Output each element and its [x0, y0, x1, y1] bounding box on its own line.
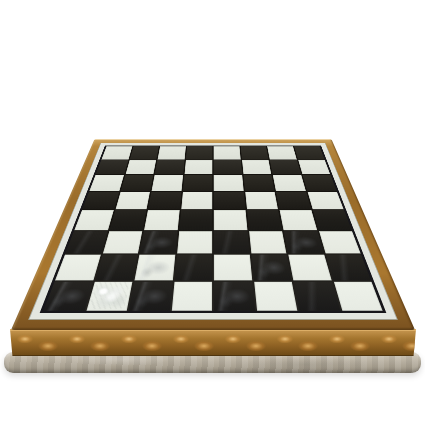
board-frame [11, 139, 415, 330]
square-h6[interactable] [302, 175, 336, 191]
square-h4[interactable] [313, 210, 352, 230]
square-d1[interactable] [171, 281, 212, 310]
square-g7[interactable] [270, 160, 301, 174]
square-a7[interactable] [96, 160, 128, 174]
square-h8[interactable] [294, 146, 325, 159]
square-d6[interactable] [183, 175, 213, 191]
square-b5[interactable] [115, 192, 150, 210]
square-e5[interactable] [214, 192, 245, 210]
square-b4[interactable] [109, 210, 146, 230]
square-f2[interactable] [251, 255, 291, 281]
square-c6[interactable] [152, 175, 183, 191]
square-f6[interactable] [243, 175, 274, 191]
square-f4[interactable] [247, 210, 282, 230]
square-b3[interactable] [102, 231, 142, 253]
square-a8[interactable] [101, 146, 132, 159]
square-e6[interactable] [214, 175, 244, 191]
glass-margin [28, 143, 398, 320]
square-g2[interactable] [288, 255, 331, 281]
square-g3[interactable] [284, 231, 324, 253]
square-b6[interactable] [120, 175, 153, 191]
square-c7[interactable] [155, 160, 185, 174]
square-c1[interactable] [129, 281, 173, 310]
square-a1[interactable] [43, 281, 92, 310]
square-a4[interactable] [74, 210, 113, 230]
square-f8[interactable] [240, 146, 268, 159]
square-h5[interactable] [307, 192, 344, 210]
square-g4[interactable] [280, 210, 317, 230]
square-e2[interactable] [214, 255, 252, 281]
square-f1[interactable] [254, 281, 298, 310]
square-g8[interactable] [267, 146, 296, 159]
square-d2[interactable] [174, 255, 212, 281]
square-g5[interactable] [276, 192, 311, 210]
square-f7[interactable] [242, 160, 272, 174]
square-b8[interactable] [130, 146, 159, 159]
square-a2[interactable] [55, 255, 100, 281]
carved-frame-front [10, 329, 416, 356]
square-e1[interactable] [214, 281, 255, 310]
square-h7[interactable] [298, 160, 330, 174]
board-inner-border [40, 146, 387, 313]
photo-stage [0, 0, 425, 425]
square-f5[interactable] [245, 192, 278, 210]
square-g1[interactable] [294, 281, 340, 310]
square-b2[interactable] [95, 255, 138, 281]
chessboard [11, 139, 415, 330]
square-h2[interactable] [326, 255, 371, 281]
square-c5[interactable] [148, 192, 181, 210]
square-d3[interactable] [177, 231, 212, 253]
square-b1[interactable] [86, 281, 132, 310]
board-grid [43, 146, 382, 310]
square-g6[interactable] [273, 175, 306, 191]
square-e7[interactable] [214, 160, 242, 174]
square-e4[interactable] [214, 210, 247, 230]
square-d8[interactable] [186, 146, 213, 159]
square-h3[interactable] [319, 231, 361, 253]
square-c4[interactable] [144, 210, 179, 230]
square-d7[interactable] [184, 160, 212, 174]
square-a3[interactable] [65, 231, 107, 253]
square-e8[interactable] [214, 146, 241, 159]
square-d4[interactable] [179, 210, 212, 230]
square-c3[interactable] [140, 231, 178, 253]
square-c8[interactable] [158, 146, 186, 159]
square-a5[interactable] [82, 192, 119, 210]
square-b7[interactable] [125, 160, 156, 174]
square-e3[interactable] [214, 231, 249, 253]
square-f3[interactable] [249, 231, 287, 253]
square-d5[interactable] [181, 192, 212, 210]
square-a6[interactable] [89, 175, 123, 191]
square-c2[interactable] [135, 255, 175, 281]
square-h1[interactable] [333, 281, 382, 310]
